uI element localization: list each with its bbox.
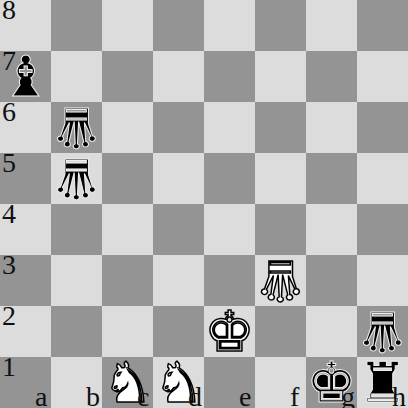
square-f1[interactable]: [255, 357, 306, 408]
square-f6[interactable]: [255, 102, 306, 153]
square-b5[interactable]: ♛: [51, 153, 102, 204]
square-g7[interactable]: [306, 51, 357, 102]
square-c3[interactable]: [102, 255, 153, 306]
square-e6[interactable]: [204, 102, 255, 153]
square-a6[interactable]: [0, 102, 51, 153]
black-rook-h1[interactable]: ♜: [357, 357, 408, 408]
square-c7[interactable]: [102, 51, 153, 102]
square-c5[interactable]: [102, 153, 153, 204]
square-c8[interactable]: [102, 0, 153, 51]
square-d7[interactable]: [153, 51, 204, 102]
square-f8[interactable]: [255, 0, 306, 51]
square-b1[interactable]: [51, 357, 102, 408]
square-d5[interactable]: [153, 153, 204, 204]
square-d8[interactable]: [153, 0, 204, 51]
white-knight-d1[interactable]: ♞: [153, 357, 204, 408]
square-g8[interactable]: [306, 0, 357, 51]
square-g4[interactable]: [306, 204, 357, 255]
square-c1[interactable]: ♞: [102, 357, 153, 408]
square-a1[interactable]: [0, 357, 51, 408]
square-e4[interactable]: [204, 204, 255, 255]
white-grasshopper-f3[interactable]: ♛: [255, 255, 306, 306]
black-grasshopper-b6[interactable]: ♛: [51, 102, 102, 153]
square-e2[interactable]: ♚: [204, 306, 255, 357]
square-h3[interactable]: [357, 255, 408, 306]
square-h6[interactable]: [357, 102, 408, 153]
square-e1[interactable]: [204, 357, 255, 408]
black-grasshopper-b5[interactable]: ♛: [51, 153, 102, 204]
square-d1[interactable]: ♞: [153, 357, 204, 408]
square-f3[interactable]: ♛: [255, 255, 306, 306]
square-d6[interactable]: [153, 102, 204, 153]
square-c4[interactable]: [102, 204, 153, 255]
square-h5[interactable]: [357, 153, 408, 204]
square-b4[interactable]: [51, 204, 102, 255]
square-h4[interactable]: [357, 204, 408, 255]
square-b8[interactable]: [51, 0, 102, 51]
square-d4[interactable]: [153, 204, 204, 255]
square-f7[interactable]: [255, 51, 306, 102]
square-g1[interactable]: ♚: [306, 357, 357, 408]
square-a3[interactable]: [0, 255, 51, 306]
white-knight-c1[interactable]: ♞: [102, 357, 153, 408]
black-king-g1[interactable]: ♚: [306, 357, 357, 408]
square-h8[interactable]: [357, 0, 408, 51]
square-h7[interactable]: [357, 51, 408, 102]
square-f5[interactable]: [255, 153, 306, 204]
square-c6[interactable]: [102, 102, 153, 153]
square-g3[interactable]: [306, 255, 357, 306]
square-a5[interactable]: [0, 153, 51, 204]
white-king-e2[interactable]: ♚: [204, 306, 255, 357]
square-b7[interactable]: [51, 51, 102, 102]
square-g5[interactable]: [306, 153, 357, 204]
square-a2[interactable]: [0, 306, 51, 357]
square-e5[interactable]: [204, 153, 255, 204]
square-h1[interactable]: ♜: [357, 357, 408, 408]
square-b2[interactable]: [51, 306, 102, 357]
square-e8[interactable]: [204, 0, 255, 51]
square-g6[interactable]: [306, 102, 357, 153]
square-e7[interactable]: [204, 51, 255, 102]
square-d3[interactable]: [153, 255, 204, 306]
square-b6[interactable]: ♛: [51, 102, 102, 153]
square-a4[interactable]: [0, 204, 51, 255]
square-f4[interactable]: [255, 204, 306, 255]
square-f2[interactable]: [255, 306, 306, 357]
black-bishop-a7[interactable]: ♝: [0, 51, 51, 102]
square-a7[interactable]: ♝: [0, 51, 51, 102]
chess-board: ♝♛♛♛♚♛♞♞♚♜87654321abcdefgh: [0, 0, 408, 408]
square-b3[interactable]: [51, 255, 102, 306]
